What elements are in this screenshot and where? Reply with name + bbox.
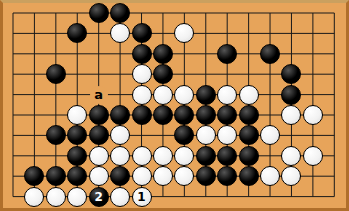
black-stone — [239, 166, 259, 186]
white-stone — [132, 64, 152, 84]
white-stone — [217, 85, 237, 105]
black-stone — [46, 166, 66, 186]
black-stone — [239, 125, 259, 145]
white-stone — [153, 166, 173, 186]
white-stone — [303, 105, 323, 125]
black-stone — [89, 105, 109, 125]
black-stone — [260, 44, 280, 64]
black-stone — [281, 85, 301, 105]
black-stone — [239, 146, 259, 166]
white-stone — [24, 187, 44, 207]
black-stone — [196, 105, 216, 125]
black-stone — [153, 64, 173, 84]
black-stone — [132, 23, 152, 43]
white-stone — [110, 146, 130, 166]
black-stone — [217, 44, 237, 64]
white-stone — [303, 146, 323, 166]
black-stone — [153, 105, 173, 125]
white-stone — [239, 85, 259, 105]
white-stone — [89, 166, 109, 186]
white-stone — [153, 85, 173, 105]
white-stone — [89, 146, 109, 166]
white-stone — [174, 85, 194, 105]
white-stone — [110, 187, 130, 207]
black-stone — [110, 105, 130, 125]
black-stone — [110, 3, 130, 23]
white-stone — [132, 166, 152, 186]
black-stone — [132, 105, 152, 125]
white-stone — [46, 187, 66, 207]
white-stone — [132, 85, 152, 105]
black-stone — [196, 85, 216, 105]
black-stone — [196, 146, 216, 166]
black-stone — [89, 3, 109, 23]
go-board-diagram: 21a — [0, 0, 349, 211]
white-stone — [67, 187, 87, 207]
black-stone — [196, 166, 216, 186]
white-stone — [153, 146, 173, 166]
move-1-stone: 1 — [132, 187, 152, 207]
black-stone — [239, 105, 259, 125]
go-board: 21a — [0, 0, 349, 211]
black-stone — [67, 146, 87, 166]
black-stone — [153, 44, 173, 64]
black-stone — [132, 44, 152, 64]
white-stone — [132, 146, 152, 166]
point-label-a: a — [90, 86, 108, 104]
black-stone — [46, 64, 66, 84]
black-stone — [217, 146, 237, 166]
move-2-stone: 2 — [89, 187, 109, 207]
black-stone — [89, 125, 109, 145]
